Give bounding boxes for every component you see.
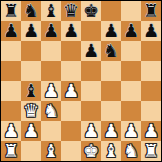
square-a8[interactable]: ♜ (1, 1, 21, 21)
square-h3[interactable] (141, 101, 161, 121)
black-knight-f6[interactable]: ♞ (103, 41, 119, 61)
square-b8[interactable]: ♞ (21, 1, 41, 21)
square-a3[interactable] (1, 101, 21, 121)
square-h5[interactable] (141, 61, 161, 81)
square-f5[interactable] (101, 61, 121, 81)
white-knight-c3[interactable]: ♞ (43, 101, 59, 121)
square-c3[interactable]: ♞ (41, 101, 61, 121)
square-d5[interactable] (61, 61, 81, 81)
black-bishop-c8[interactable]: ♝ (43, 1, 59, 21)
square-f2[interactable]: ♟ (101, 121, 121, 141)
white-pawn-g2[interactable]: ♟ (123, 121, 139, 141)
square-c1[interactable]: ♝ (41, 141, 61, 161)
square-h4[interactable] (141, 81, 161, 101)
black-rook-a8[interactable]: ♜ (3, 1, 19, 21)
square-e1[interactable]: ♚ (81, 141, 101, 161)
square-h2[interactable]: ♟ (141, 121, 161, 141)
square-b6[interactable] (21, 41, 41, 61)
white-knight-g1[interactable]: ♞ (123, 141, 139, 161)
white-pawn-b2[interactable]: ♟ (23, 121, 39, 141)
square-c7[interactable]: ♟ (41, 21, 61, 41)
square-b1[interactable] (21, 141, 41, 161)
square-d7[interactable]: ♟ (61, 21, 81, 41)
white-pawn-d4[interactable]: ♟ (63, 81, 79, 101)
white-queen-b3[interactable]: ♛ (23, 101, 39, 121)
square-h7[interactable]: ♟ (141, 21, 161, 41)
square-a1[interactable]: ♜ (1, 141, 21, 161)
square-g8[interactable] (121, 1, 141, 21)
black-pawn-g7[interactable]: ♟ (123, 21, 139, 41)
square-d2[interactable] (61, 121, 81, 141)
square-b3[interactable]: ♛ (21, 101, 41, 121)
square-e8[interactable]: ♚ (81, 1, 101, 21)
white-bishop-c1[interactable]: ♝ (43, 141, 59, 161)
chess-board: ♜♞♝♛♚♜♟♟♟♟♟♟♟♟♞♝♟♟♛♞♟♟♟♟♟♟♜♝♚♝♞♜ (0, 0, 162, 162)
black-bishop-b4[interactable]: ♝ (23, 81, 39, 101)
square-g4[interactable] (121, 81, 141, 101)
square-f1[interactable]: ♝ (101, 141, 121, 161)
square-a4[interactable] (1, 81, 21, 101)
square-b4[interactable]: ♝ (21, 81, 41, 101)
square-a6[interactable] (1, 41, 21, 61)
square-h6[interactable] (141, 41, 161, 61)
black-pawn-h7[interactable]: ♟ (143, 21, 159, 41)
white-pawn-c4[interactable]: ♟ (43, 81, 59, 101)
square-a5[interactable] (1, 61, 21, 81)
black-rook-h8[interactable]: ♜ (143, 1, 159, 21)
white-pawn-f2[interactable]: ♟ (103, 121, 119, 141)
square-a7[interactable]: ♟ (1, 21, 21, 41)
black-pawn-f7[interactable]: ♟ (103, 21, 119, 41)
square-g5[interactable] (121, 61, 141, 81)
square-d4[interactable]: ♟ (61, 81, 81, 101)
square-e5[interactable] (81, 61, 101, 81)
square-b7[interactable]: ♟ (21, 21, 41, 41)
black-pawn-e6[interactable]: ♟ (83, 41, 99, 61)
white-pawn-h2[interactable]: ♟ (143, 121, 159, 141)
black-king-e8[interactable]: ♚ (83, 1, 99, 21)
square-c4[interactable]: ♟ (41, 81, 61, 101)
square-c2[interactable] (41, 121, 61, 141)
square-g1[interactable]: ♞ (121, 141, 141, 161)
square-c6[interactable] (41, 41, 61, 61)
square-f4[interactable] (101, 81, 121, 101)
white-rook-h1[interactable]: ♜ (143, 141, 159, 161)
white-bishop-f1[interactable]: ♝ (103, 141, 119, 161)
white-king-e1[interactable]: ♚ (83, 141, 99, 161)
square-d1[interactable] (61, 141, 81, 161)
square-g2[interactable]: ♟ (121, 121, 141, 141)
square-g7[interactable]: ♟ (121, 21, 141, 41)
square-c5[interactable] (41, 61, 61, 81)
square-g6[interactable] (121, 41, 141, 61)
square-e3[interactable] (81, 101, 101, 121)
black-pawn-c7[interactable]: ♟ (43, 21, 59, 41)
square-f8[interactable] (101, 1, 121, 21)
white-pawn-a2[interactable]: ♟ (3, 121, 19, 141)
white-rook-a1[interactable]: ♜ (3, 141, 19, 161)
square-e4[interactable] (81, 81, 101, 101)
black-pawn-b7[interactable]: ♟ (23, 21, 39, 41)
square-h1[interactable]: ♜ (141, 141, 161, 161)
black-pawn-d7[interactable]: ♟ (63, 21, 79, 41)
square-e2[interactable]: ♟ (81, 121, 101, 141)
black-knight-b8[interactable]: ♞ (23, 1, 39, 21)
square-d8[interactable]: ♛ (61, 1, 81, 21)
square-f7[interactable]: ♟ (101, 21, 121, 41)
square-d3[interactable] (61, 101, 81, 121)
square-b5[interactable] (21, 61, 41, 81)
square-g3[interactable] (121, 101, 141, 121)
square-f3[interactable] (101, 101, 121, 121)
square-e6[interactable]: ♟ (81, 41, 101, 61)
square-c8[interactable]: ♝ (41, 1, 61, 21)
square-e7[interactable] (81, 21, 101, 41)
black-queen-d8[interactable]: ♛ (63, 1, 79, 21)
square-d6[interactable] (61, 41, 81, 61)
square-f6[interactable]: ♞ (101, 41, 121, 61)
square-a2[interactable]: ♟ (1, 121, 21, 141)
black-pawn-a7[interactable]: ♟ (3, 21, 19, 41)
square-h8[interactable]: ♜ (141, 1, 161, 21)
white-pawn-e2[interactable]: ♟ (83, 121, 99, 141)
square-b2[interactable]: ♟ (21, 121, 41, 141)
